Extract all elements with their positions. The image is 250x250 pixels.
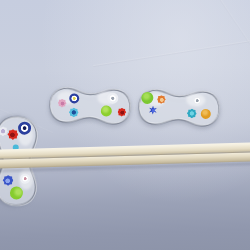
white-pink-millefiori-icon — [20, 174, 30, 184]
rest-top-left — [46, 85, 133, 128]
photo-chopstick-rests — [0, 0, 250, 250]
rest-top-right — [135, 87, 222, 130]
white-millefiori-icon — [107, 92, 118, 103]
lime-disc-icon — [100, 105, 111, 116]
